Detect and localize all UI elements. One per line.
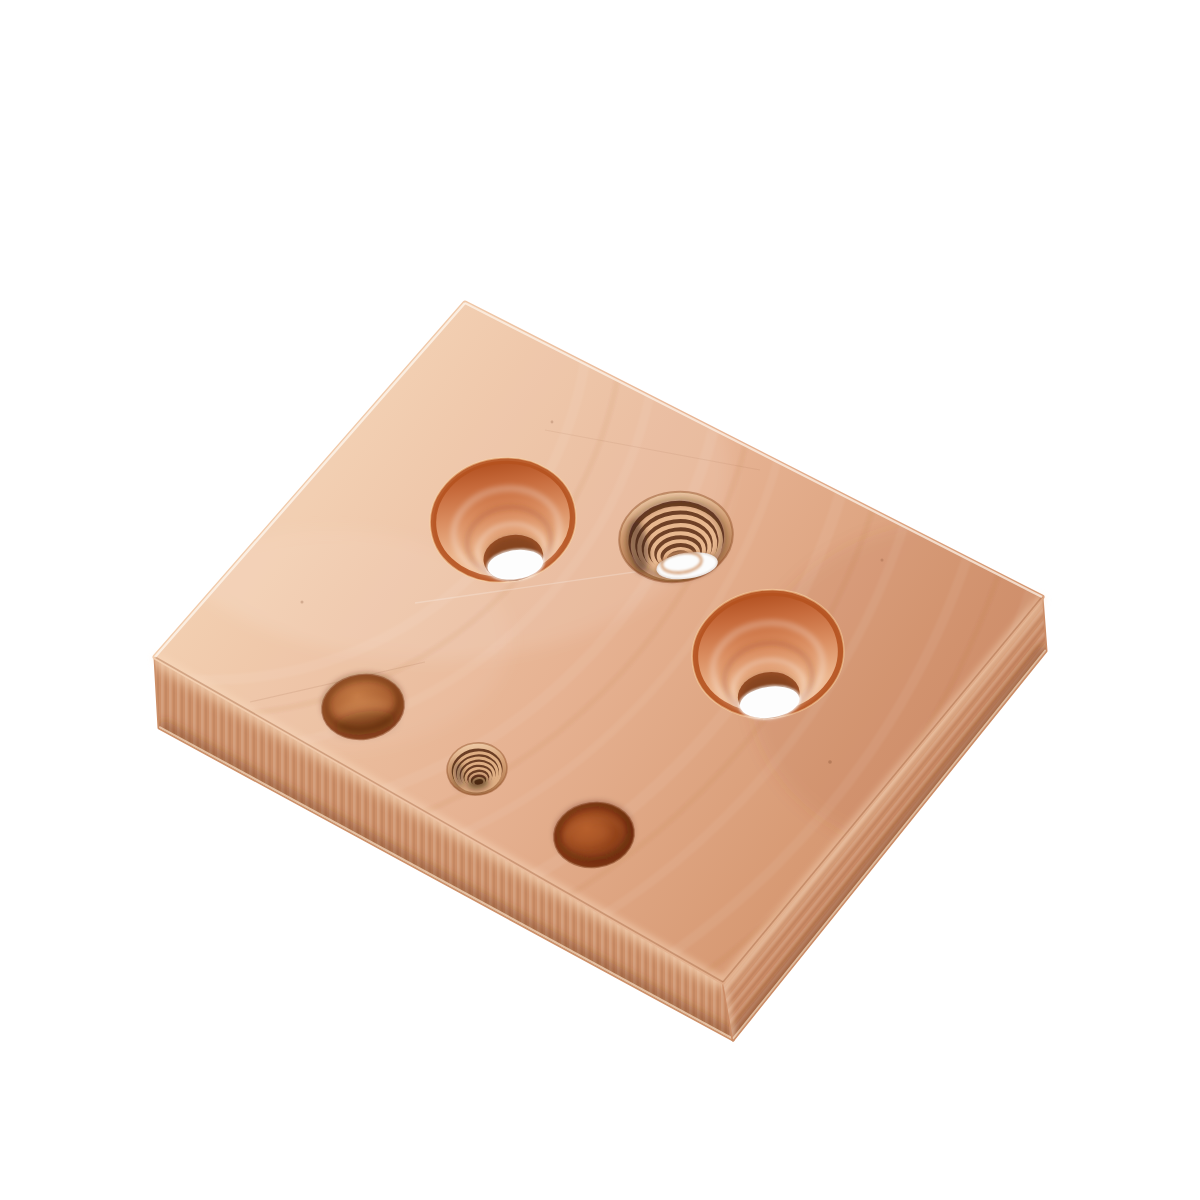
copper-plate-photo <box>0 0 1200 1200</box>
photo-canvas: Overhead product photo of a rectangular … <box>0 0 1200 1200</box>
